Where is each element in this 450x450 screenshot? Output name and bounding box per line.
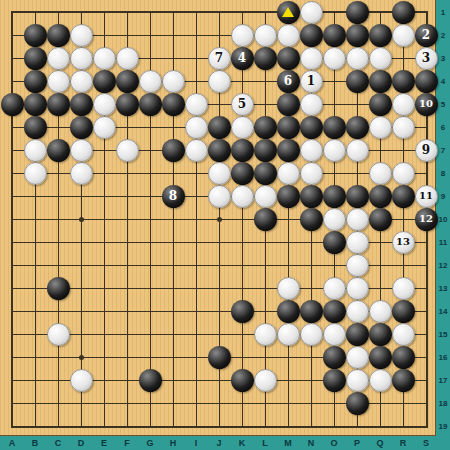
stone-J4 [208,70,231,93]
move-number-label: 1 [307,75,315,87]
move-number-label: 6 [284,75,292,87]
stone-D4 [70,70,93,93]
stone-C13 [47,277,70,300]
row-label-7: 7 [436,146,450,155]
stone-A5 [1,93,24,116]
stone-I6 [185,116,208,139]
go-game-screen: 27436151098111213 ABCDEFGHIJKLMNOPQRS123… [0,0,450,450]
stone-R6 [392,116,415,139]
stone-K3: 4 [231,47,254,70]
stone-O15 [323,323,346,346]
stone-O2 [323,24,346,47]
stone-G5 [139,93,162,116]
stone-C7 [47,139,70,162]
stone-R11: 13 [392,231,415,254]
stone-O6 [323,116,346,139]
stone-G17 [139,369,162,392]
row-label-13: 13 [436,284,450,293]
stone-M9 [277,185,300,208]
stone-K7 [231,139,254,162]
stone-Q2 [369,24,392,47]
stone-H9: 8 [162,185,185,208]
stone-L7 [254,139,277,162]
column-label-I: I [189,438,203,448]
stone-L8 [254,162,277,185]
stone-C2 [47,24,70,47]
stone-O3 [323,47,346,70]
stone-F5 [116,93,139,116]
row-label-1: 1 [436,8,450,17]
stone-C5 [47,93,70,116]
stone-C4 [47,70,70,93]
stone-M1 [277,1,300,24]
move-number-label: 3 [422,52,430,64]
stone-K2 [231,24,254,47]
row-label-9: 9 [436,192,450,201]
stone-J3: 7 [208,47,231,70]
stone-F3 [116,47,139,70]
move-number-label: 4 [238,52,246,64]
move-number-label: 7 [215,52,223,64]
stone-D8 [70,162,93,185]
column-label-Q: Q [373,438,387,448]
stone-N14 [300,300,323,323]
stone-P6 [346,116,369,139]
stone-I7 [185,139,208,162]
stone-K17 [231,369,254,392]
stone-P9 [346,185,369,208]
star-point [217,217,222,222]
stone-J8 [208,162,231,185]
stone-P11 [346,231,369,254]
row-label-16: 16 [436,353,450,362]
stone-M4: 6 [277,70,300,93]
stone-P1 [346,1,369,24]
stone-N3 [300,47,323,70]
column-label-H: H [166,438,180,448]
stone-J6 [208,116,231,139]
stone-F7 [116,139,139,162]
stone-N2 [300,24,323,47]
move-number-label: 11 [419,191,433,201]
stone-E3 [93,47,116,70]
stone-D5 [70,93,93,116]
stone-D2 [70,24,93,47]
stone-Q8 [369,162,392,185]
stone-Q6 [369,116,392,139]
stone-M2 [277,24,300,47]
stone-S5: 10 [415,93,438,116]
stone-N5 [300,93,323,116]
stone-C15 [47,323,70,346]
move-number-label: 12 [419,214,433,224]
row-label-15: 15 [436,330,450,339]
row-label-11: 11 [436,238,450,247]
stone-B3 [24,47,47,70]
stone-O9 [323,185,346,208]
stone-O14 [323,300,346,323]
column-label-P: P [350,438,364,448]
move-number-label: 5 [238,98,246,110]
stone-Q17 [369,369,392,392]
stone-Q5 [369,93,392,116]
stone-Q10 [369,208,392,231]
stone-M13 [277,277,300,300]
stone-M15 [277,323,300,346]
stone-R16 [392,346,415,369]
row-label-4: 4 [436,77,450,86]
stone-N8 [300,162,323,185]
stone-R14 [392,300,415,323]
stone-M8 [277,162,300,185]
stone-L17 [254,369,277,392]
column-label-S: S [419,438,433,448]
stone-K8 [231,162,254,185]
stone-P12 [346,254,369,277]
stone-P15 [346,323,369,346]
stone-B5 [24,93,47,116]
move-number-label: 2 [422,29,430,41]
column-label-M: M [281,438,295,448]
stone-P17 [346,369,369,392]
stone-P13 [346,277,369,300]
stone-R4 [392,70,415,93]
stone-H4 [162,70,185,93]
stone-S3: 3 [415,47,438,70]
stone-L15 [254,323,277,346]
stone-K6 [231,116,254,139]
stone-M6 [277,116,300,139]
stone-R2 [392,24,415,47]
column-label-A: A [5,438,19,448]
column-label-J: J [212,438,226,448]
stone-M3 [277,47,300,70]
stone-R1 [392,1,415,24]
row-label-17: 17 [436,376,450,385]
stone-K14 [231,300,254,323]
stone-K5: 5 [231,93,254,116]
stone-S4 [415,70,438,93]
stone-C3 [47,47,70,70]
stone-B8 [24,162,47,185]
row-label-8: 8 [436,169,450,178]
column-label-K: K [235,438,249,448]
stone-R17 [392,369,415,392]
stone-J7 [208,139,231,162]
stone-N1 [300,1,323,24]
stone-M7 [277,139,300,162]
stone-R8 [392,162,415,185]
stone-S2: 2 [415,24,438,47]
stone-P2 [346,24,369,47]
stone-Q15 [369,323,392,346]
stone-N6 [300,116,323,139]
column-label-D: D [74,438,88,448]
stone-E5 [93,93,116,116]
star-point [79,217,84,222]
row-label-18: 18 [436,399,450,408]
stone-G4 [139,70,162,93]
stone-P3 [346,47,369,70]
row-label-2: 2 [436,31,450,40]
stone-B7 [24,139,47,162]
stone-Q14 [369,300,392,323]
stone-E4 [93,70,116,93]
stone-H5 [162,93,185,116]
stone-P10 [346,208,369,231]
stone-P16 [346,346,369,369]
stone-I5 [185,93,208,116]
column-label-N: N [304,438,318,448]
stone-D17 [70,369,93,392]
star-point [79,355,84,360]
row-label-5: 5 [436,100,450,109]
stone-E6 [93,116,116,139]
stone-J16 [208,346,231,369]
stone-F4 [116,70,139,93]
column-label-R: R [396,438,410,448]
stone-R5 [392,93,415,116]
stone-S9: 11 [415,185,438,208]
stone-P18 [346,392,369,415]
last-move-triangle-marker [282,7,294,17]
stone-D7 [70,139,93,162]
stone-N7 [300,139,323,162]
stone-O7 [323,139,346,162]
stone-N10 [300,208,323,231]
column-label-E: E [97,438,111,448]
stone-O10 [323,208,346,231]
stone-H7 [162,139,185,162]
move-number-label: 8 [169,190,177,202]
stone-Q4 [369,70,392,93]
stone-R9 [392,185,415,208]
stone-N15 [300,323,323,346]
stone-O17 [323,369,346,392]
stone-P7 [346,139,369,162]
column-label-G: G [143,438,157,448]
stone-O13 [323,277,346,300]
stone-L2 [254,24,277,47]
stone-B6 [24,116,47,139]
stone-Q9 [369,185,392,208]
stone-J9 [208,185,231,208]
stone-M14 [277,300,300,323]
move-number-label: 9 [422,144,430,156]
column-label-O: O [327,438,341,448]
stone-L6 [254,116,277,139]
row-label-12: 12 [436,261,450,270]
column-label-B: B [28,438,42,448]
move-number-label: 13 [396,237,410,247]
row-label-19: 19 [436,422,450,431]
stone-N4: 1 [300,70,323,93]
stone-P4 [346,70,369,93]
stone-B4 [24,70,47,93]
stone-D3 [70,47,93,70]
stone-L10 [254,208,277,231]
stone-N9 [300,185,323,208]
stone-O11 [323,231,346,254]
stone-R15 [392,323,415,346]
column-label-F: F [120,438,134,448]
stone-L9 [254,185,277,208]
stone-M5 [277,93,300,116]
stone-O16 [323,346,346,369]
move-number-label: 10 [419,99,433,109]
stone-P14 [346,300,369,323]
stone-Q3 [369,47,392,70]
stone-K9 [231,185,254,208]
column-label-L: L [258,438,272,448]
stone-B2 [24,24,47,47]
stone-S10: 12 [415,208,438,231]
stone-S7: 9 [415,139,438,162]
row-label-14: 14 [436,307,450,316]
stone-D6 [70,116,93,139]
column-label-C: C [51,438,65,448]
row-label-3: 3 [436,54,450,63]
row-label-10: 10 [436,215,450,224]
stone-Q16 [369,346,392,369]
stone-R13 [392,277,415,300]
row-label-6: 6 [436,123,450,132]
stone-L3 [254,47,277,70]
